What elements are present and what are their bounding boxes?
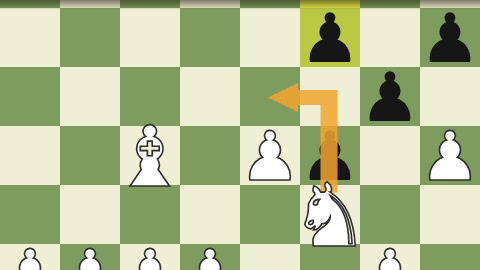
black-pawn-f6[interactable]: ♟: [300, 9, 360, 68]
square-d5[interactable]: [180, 67, 240, 126]
square-c6[interactable]: [120, 8, 180, 67]
white-knight-f3[interactable]: ♞: [300, 186, 360, 245]
square-b6[interactable]: [60, 8, 120, 67]
square-e7[interactable]: [240, 0, 300, 8]
square-g7[interactable]: [360, 0, 420, 8]
white-pawn-b2[interactable]: ♟: [60, 245, 120, 270]
chess-board[interactable]: ♟♟♟♟♝♟♟♞♟♟♟♟♟: [0, 0, 480, 270]
square-a7[interactable]: [0, 0, 60, 8]
white-pawn-d2[interactable]: ♟: [180, 245, 240, 270]
square-d7[interactable]: [180, 0, 240, 8]
square-h2[interactable]: [420, 244, 480, 270]
black-pawn-g5[interactable]: ♟: [360, 68, 420, 127]
square-d4[interactable]: [180, 126, 240, 185]
white-pawn-a2[interactable]: ♟: [0, 245, 60, 270]
white-bishop-c4[interactable]: ♝: [120, 127, 180, 186]
square-a6[interactable]: [0, 8, 60, 67]
square-b7[interactable]: [60, 0, 120, 8]
square-a5[interactable]: [0, 67, 60, 126]
square-e6[interactable]: [240, 8, 300, 67]
square-c7[interactable]: [120, 0, 180, 8]
square-d6[interactable]: [180, 8, 240, 67]
square-a4[interactable]: [0, 126, 60, 185]
black-pawn-h6[interactable]: ♟: [420, 9, 480, 68]
white-pawn-h4[interactable]: ♟: [420, 127, 480, 186]
square-b5[interactable]: [60, 67, 120, 126]
square-b4[interactable]: [60, 126, 120, 185]
white-pawn-c2[interactable]: ♟: [120, 245, 180, 270]
video-frame: ♟♟♟♟♝♟♟♞♟♟♟♟♟: [0, 0, 480, 270]
